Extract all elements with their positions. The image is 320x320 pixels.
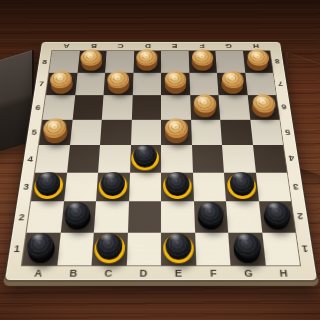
light-piece-a5[interactable]: [39, 119, 72, 145]
light-piece-e7[interactable]: [161, 72, 190, 95]
light-piece-g7[interactable]: [217, 72, 247, 95]
file-label-bottom-h: H: [265, 265, 302, 280]
light-piece-c7[interactable]: [104, 72, 134, 95]
dark-piece-g3[interactable]: [224, 172, 259, 201]
file-label-bottom-g: G: [230, 265, 266, 280]
file-label-top-b: B: [79, 42, 107, 51]
file-label-bottom-a: A: [20, 265, 57, 280]
piece-top: [165, 119, 188, 139]
rank-label-right-8: 8: [270, 51, 285, 73]
board-pieces: [22, 51, 300, 266]
file-label-bottom-b: B: [55, 265, 91, 280]
file-labels-bottom: ABCDEFGH: [20, 265, 302, 280]
dark-piece-h2[interactable]: [258, 201, 295, 232]
file-label-bottom-c: C: [90, 265, 126, 280]
dark-piece-d4[interactable]: [130, 145, 161, 172]
file-label-top-c: C: [107, 42, 134, 51]
file-label-bottom-d: D: [126, 265, 161, 280]
piece-top: [42, 119, 68, 139]
light-piece-d8[interactable]: [133, 51, 161, 73]
light-piece-h6[interactable]: [247, 95, 279, 119]
dark-piece-c3[interactable]: [96, 172, 130, 201]
dark-piece-e3[interactable]: [161, 172, 193, 201]
dark-piece-a1[interactable]: [22, 232, 60, 265]
light-piece-f6[interactable]: [190, 95, 220, 119]
dark-piece-a3[interactable]: [31, 172, 67, 201]
dark-piece-g1[interactable]: [228, 232, 265, 265]
file-labels-top: ABCDEFGH: [52, 42, 269, 51]
light-piece-b8[interactable]: [77, 51, 106, 73]
dark-piece-f2[interactable]: [193, 201, 228, 232]
file-label-top-a: A: [52, 42, 80, 51]
light-piece-a7[interactable]: [46, 72, 77, 95]
file-label-top-g: G: [215, 42, 243, 51]
file-label-top-d: D: [134, 42, 161, 51]
checkers-board: ABCDEFGH ABCDEFGH 87654321 87654321: [4, 41, 319, 281]
file-label-top-f: F: [188, 42, 215, 51]
light-piece-h8[interactable]: [243, 51, 273, 73]
dark-piece-e1[interactable]: [161, 232, 196, 265]
file-label-top-e: E: [161, 42, 188, 51]
checkers-game-scene: ABCDEFGH ABCDEFGH 87654321 87654321: [0, 0, 320, 320]
file-label-top-h: H: [242, 42, 270, 51]
light-piece-e5[interactable]: [161, 119, 192, 145]
rank-label-right-7: 7: [273, 72, 288, 95]
dark-piece-c1[interactable]: [92, 232, 128, 265]
light-piece-f8[interactable]: [188, 51, 217, 73]
rank-label-right-5: 5: [279, 119, 296, 145]
dark-piece-b2[interactable]: [60, 201, 96, 232]
file-label-bottom-e: E: [161, 265, 196, 280]
file-label-bottom-f: F: [196, 265, 232, 280]
rank-label-right-6: 6: [276, 95, 292, 119]
